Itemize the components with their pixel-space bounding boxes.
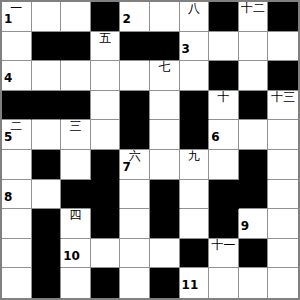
cell-r10c10[interactable] [268,268,298,298]
across-clue-number: 8 [4,191,12,203]
cell-r2c2 [32,32,62,62]
cell-r2c9[interactable] [239,32,269,62]
cell-r2c5 [120,32,150,62]
cell-r2c3 [61,32,91,62]
cell-r10c6 [150,268,180,298]
cell-r6c6[interactable] [150,150,180,180]
cell-r4c10[interactable]: 十三 [268,91,298,121]
across-clue-number: 9 [241,220,249,232]
cell-r10c3[interactable] [61,268,91,298]
cell-r8c2 [32,209,62,239]
cell-r2c10[interactable] [268,32,298,62]
cell-r6c7[interactable]: 九 [180,150,210,180]
cell-r9c10[interactable] [268,239,298,269]
cell-r8c5[interactable] [120,209,150,239]
down-clue-number-zh: 十三 [268,91,298,104]
cell-r7c8 [209,180,239,210]
cell-r8c10[interactable] [268,209,298,239]
across-clue-number: 2 [122,13,130,25]
cell-r10c9[interactable] [239,268,269,298]
cell-r3c4[interactable] [91,61,121,91]
cell-r1c5[interactable]: 2 [120,2,150,32]
cell-r5c10[interactable] [268,120,298,150]
cell-r7c4 [91,180,121,210]
cell-r4c1 [2,91,32,121]
cell-r7c5[interactable] [120,180,150,210]
cell-r1c8 [209,2,239,32]
cell-r7c6 [150,180,180,210]
down-clue-number-zh: 十 [209,91,238,104]
cell-r6c2 [32,150,62,180]
cell-r7c10[interactable] [268,180,298,210]
cell-r1c6[interactable] [150,2,180,32]
cell-r3c7[interactable] [180,61,210,91]
across-clue-number: 11 [182,279,199,291]
down-clue-number-zh: 十二 [239,2,268,15]
down-clue-number-zh: 七 [150,61,179,74]
cell-r1c7[interactable]: 八 [180,2,210,32]
cell-r9c8[interactable]: 十一 [209,239,239,269]
cell-r9c1[interactable] [2,239,32,269]
across-clue-number: 5 [4,131,12,143]
cell-r3c6[interactable]: 七 [150,61,180,91]
cell-r5c3[interactable]: 三 [61,120,91,150]
cell-r5c5 [120,120,150,150]
cell-r4c4[interactable] [91,91,121,121]
cell-r1c10 [268,2,298,32]
cell-r6c9 [239,150,269,180]
crossword-board: 一12八十二五34七十十三二5三6六7九8四910十一11 [0,0,300,300]
down-clue-number-zh: 五 [91,32,120,45]
cell-r8c6 [150,209,180,239]
cell-r3c1[interactable]: 4 [2,61,32,91]
cell-r7c7[interactable] [180,180,210,210]
cell-r3c10 [268,61,298,91]
cell-r9c5[interactable] [120,239,150,269]
cell-r8c9[interactable]: 9 [239,209,269,239]
cell-r7c1[interactable]: 8 [2,180,32,210]
cell-r9c9 [239,239,269,269]
cell-r9c7 [180,239,210,269]
cell-r6c1[interactable] [2,150,32,180]
cell-r6c10[interactable] [268,150,298,180]
cell-r5c4[interactable] [91,120,121,150]
cell-r2c8[interactable] [209,32,239,62]
cell-r4c9 [239,91,269,121]
cell-r8c1[interactable] [2,209,32,239]
cell-r4c6[interactable] [150,91,180,121]
cell-r10c5[interactable] [120,268,150,298]
cell-r9c3[interactable]: 10 [61,239,91,269]
cell-r5c8[interactable]: 6 [209,120,239,150]
cell-r8c3[interactable]: 四 [61,209,91,239]
cell-r9c4[interactable] [91,239,121,269]
cell-r7c2[interactable] [32,180,62,210]
cell-r10c8[interactable] [209,268,239,298]
cell-r4c7 [180,91,210,121]
cell-r8c8 [209,209,239,239]
crossword-grid: 一12八十二五34七十十三二5三6六7九8四910十一11 [2,2,298,298]
cell-r3c3[interactable] [61,61,91,91]
cell-r8c7[interactable] [180,209,210,239]
cell-r2c4[interactable]: 五 [91,32,121,62]
cell-r1c1[interactable]: 一1 [2,2,32,32]
cell-r1c9[interactable]: 十二 [239,2,269,32]
cell-r9c2 [32,239,62,269]
cell-r6c5[interactable]: 六7 [120,150,150,180]
down-clue-number-zh: 三 [61,120,90,133]
cell-r2c6 [150,32,180,62]
cell-r3c9[interactable] [239,61,269,91]
cell-r1c4 [91,2,121,32]
cell-r7c9 [239,180,269,210]
across-clue-number: 3 [182,43,190,55]
cell-r4c3 [61,91,91,121]
cell-r7c3 [61,180,91,210]
cell-r1c3[interactable] [61,2,91,32]
across-clue-number: 7 [122,161,130,173]
cell-r8c4 [91,209,121,239]
cell-r3c5[interactable] [120,61,150,91]
cell-r10c1[interactable] [2,268,32,298]
cell-r6c4 [91,150,121,180]
cell-r3c2[interactable] [32,61,62,91]
cell-r10c4 [91,268,121,298]
down-clue-number-zh: 八 [180,2,209,15]
cell-r9c6[interactable] [150,239,180,269]
cell-r6c3[interactable] [61,150,91,180]
cell-r5c2[interactable] [32,120,62,150]
down-clue-number-zh: 十一 [209,239,238,252]
cell-r10c7[interactable]: 11 [180,268,210,298]
cell-r1c2[interactable] [32,2,62,32]
cell-r3c8 [209,61,239,91]
across-clue-number: 10 [63,250,80,262]
cell-r5c6[interactable] [150,120,180,150]
cell-r4c8[interactable]: 十 [209,91,239,121]
across-clue-number: 1 [4,13,12,25]
down-clue-number-zh: 九 [180,150,209,163]
cell-r2c1[interactable] [2,32,32,62]
across-clue-number: 4 [4,72,12,84]
across-clue-number: 6 [211,131,219,143]
cell-r6c8[interactable] [209,150,239,180]
cell-r5c1[interactable]: 二5 [2,120,32,150]
cell-r4c2 [32,91,62,121]
cell-r10c2 [32,268,62,298]
down-clue-number-zh: 四 [61,209,90,222]
cell-r5c9[interactable] [239,120,269,150]
cell-r5c7 [180,120,210,150]
cell-r2c7[interactable]: 3 [180,32,210,62]
cell-r4c5 [120,91,150,121]
